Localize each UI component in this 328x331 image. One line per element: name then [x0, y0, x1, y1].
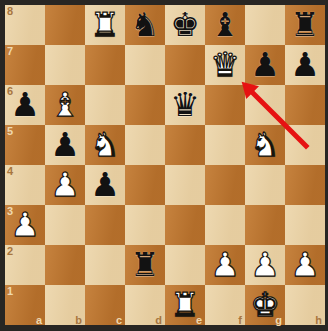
- square-b5[interactable]: ♟: [45, 125, 85, 165]
- square-h2[interactable]: ♟: [285, 245, 325, 285]
- square-h5[interactable]: [285, 125, 325, 165]
- square-d6[interactable]: [125, 85, 165, 125]
- piece-white-pawn[interactable]: ♟: [45, 165, 85, 205]
- square-b8[interactable]: [45, 5, 85, 45]
- square-d8[interactable]: ♞: [125, 5, 165, 45]
- file-label-h: h: [315, 314, 322, 326]
- square-g3[interactable]: [245, 205, 285, 245]
- file-label-c: c: [116, 314, 122, 326]
- square-f7[interactable]: ♛: [205, 45, 245, 85]
- piece-white-bishop[interactable]: ♝: [45, 85, 85, 125]
- square-b7[interactable]: [45, 45, 85, 85]
- file-label-b: b: [75, 314, 82, 326]
- square-c5[interactable]: ♞: [85, 125, 125, 165]
- chessboard-frame: 8♜♞♚♝♜7♛♟♟♟6♝♛5♟♞♞4♟♟♟32♜♟♟♟1abcd♜ef♚gh: [0, 0, 328, 331]
- square-b1[interactable]: b: [45, 285, 85, 325]
- square-e5[interactable]: [165, 125, 205, 165]
- square-g1[interactable]: ♚g: [245, 285, 285, 325]
- square-g7[interactable]: ♟: [245, 45, 285, 85]
- square-c6[interactable]: [85, 85, 125, 125]
- piece-white-knight[interactable]: ♞: [245, 125, 285, 165]
- square-a8[interactable]: 8: [5, 5, 45, 45]
- square-d2[interactable]: ♜: [125, 245, 165, 285]
- square-a5[interactable]: 5: [5, 125, 45, 165]
- square-d3[interactable]: [125, 205, 165, 245]
- square-h7[interactable]: ♟: [285, 45, 325, 85]
- square-e6[interactable]: ♛: [165, 85, 205, 125]
- square-e2[interactable]: [165, 245, 205, 285]
- square-c2[interactable]: [85, 245, 125, 285]
- square-b4[interactable]: ♟: [45, 165, 85, 205]
- piece-black-pawn[interactable]: ♟: [285, 45, 325, 85]
- square-g4[interactable]: [245, 165, 285, 205]
- rank-label-3: 3: [7, 205, 13, 217]
- rank-label-7: 7: [7, 45, 13, 57]
- piece-white-rook[interactable]: ♜: [85, 5, 125, 45]
- square-h4[interactable]: [285, 165, 325, 205]
- square-a7[interactable]: 7: [5, 45, 45, 85]
- piece-black-pawn[interactable]: ♟: [45, 125, 85, 165]
- square-b3[interactable]: [45, 205, 85, 245]
- square-f4[interactable]: [205, 165, 245, 205]
- piece-black-pawn[interactable]: ♟: [245, 45, 285, 85]
- piece-black-knight[interactable]: ♞: [125, 5, 165, 45]
- rank-label-2: 2: [7, 245, 13, 257]
- piece-white-knight[interactable]: ♞: [85, 125, 125, 165]
- rank-label-6: 6: [7, 85, 13, 97]
- square-f5[interactable]: [205, 125, 245, 165]
- piece-black-king[interactable]: ♚: [165, 5, 205, 45]
- piece-black-pawn[interactable]: ♟: [85, 165, 125, 205]
- square-h8[interactable]: ♜: [285, 5, 325, 45]
- square-h1[interactable]: h: [285, 285, 325, 325]
- square-d7[interactable]: [125, 45, 165, 85]
- square-c3[interactable]: [85, 205, 125, 245]
- square-g6[interactable]: [245, 85, 285, 125]
- square-a2[interactable]: 2: [5, 245, 45, 285]
- chess-board: 8♜♞♚♝♜7♛♟♟♟6♝♛5♟♞♞4♟♟♟32♜♟♟♟1abcd♜ef♚gh: [5, 5, 325, 325]
- piece-white-queen[interactable]: ♛: [205, 45, 245, 85]
- square-a6[interactable]: ♟6: [5, 85, 45, 125]
- square-f6[interactable]: [205, 85, 245, 125]
- file-label-d: d: [155, 314, 162, 326]
- piece-white-pawn[interactable]: ♟: [245, 245, 285, 285]
- square-g8[interactable]: [245, 5, 285, 45]
- file-label-e: e: [196, 314, 202, 326]
- square-e3[interactable]: [165, 205, 205, 245]
- square-g5[interactable]: ♞: [245, 125, 285, 165]
- square-c8[interactable]: ♜: [85, 5, 125, 45]
- file-label-a: a: [36, 314, 42, 326]
- square-f3[interactable]: [205, 205, 245, 245]
- piece-black-rook[interactable]: ♜: [125, 245, 165, 285]
- square-e7[interactable]: [165, 45, 205, 85]
- square-b6[interactable]: ♝: [45, 85, 85, 125]
- square-f8[interactable]: ♝: [205, 5, 245, 45]
- rank-label-1: 1: [7, 285, 13, 297]
- square-a1[interactable]: 1a: [5, 285, 45, 325]
- square-h6[interactable]: [285, 85, 325, 125]
- piece-white-pawn[interactable]: ♟: [205, 245, 245, 285]
- square-c1[interactable]: c: [85, 285, 125, 325]
- square-f1[interactable]: f: [205, 285, 245, 325]
- square-d5[interactable]: [125, 125, 165, 165]
- square-d1[interactable]: d: [125, 285, 165, 325]
- rank-label-8: 8: [7, 5, 13, 17]
- piece-black-rook[interactable]: ♜: [285, 5, 325, 45]
- rank-label-4: 4: [7, 165, 13, 177]
- square-e1[interactable]: ♜e: [165, 285, 205, 325]
- square-e8[interactable]: ♚: [165, 5, 205, 45]
- square-h3[interactable]: [285, 205, 325, 245]
- square-f2[interactable]: ♟: [205, 245, 245, 285]
- file-label-f: f: [238, 314, 242, 326]
- square-c4[interactable]: ♟: [85, 165, 125, 205]
- square-e4[interactable]: [165, 165, 205, 205]
- square-d4[interactable]: [125, 165, 165, 205]
- piece-black-bishop[interactable]: ♝: [205, 5, 245, 45]
- square-c7[interactable]: [85, 45, 125, 85]
- piece-white-pawn[interactable]: ♟: [285, 245, 325, 285]
- square-a4[interactable]: 4: [5, 165, 45, 205]
- square-b2[interactable]: [45, 245, 85, 285]
- square-a3[interactable]: ♟3: [5, 205, 45, 245]
- file-label-g: g: [275, 314, 282, 326]
- rank-label-5: 5: [7, 125, 13, 137]
- square-g2[interactable]: ♟: [245, 245, 285, 285]
- piece-black-queen[interactable]: ♛: [165, 85, 205, 125]
